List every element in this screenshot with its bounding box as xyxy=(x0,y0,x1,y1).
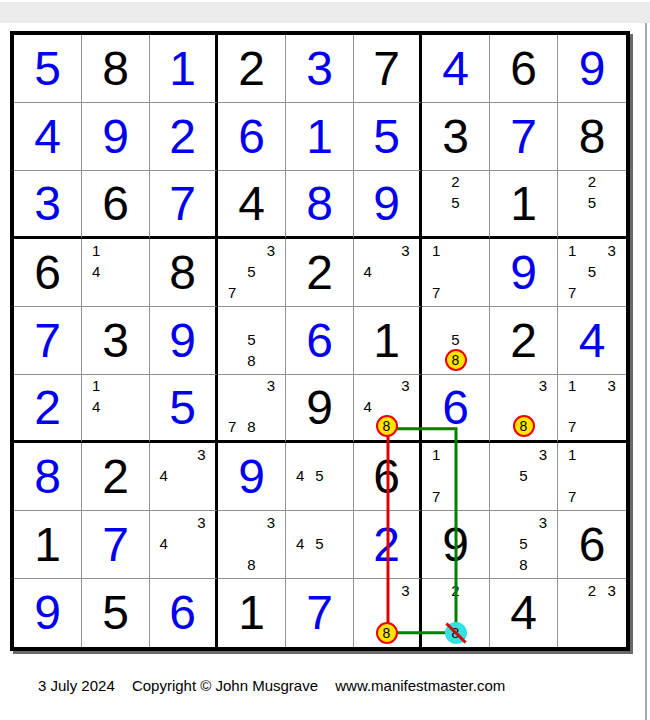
highlight-circle-r5c7: 8 xyxy=(445,349,467,371)
digit-r1c6: 7 xyxy=(354,35,419,102)
digit-r6c5: 9 xyxy=(286,375,353,440)
candidate-5-r7c5: 5 xyxy=(315,468,323,483)
digit-r2c2: 9 xyxy=(82,103,149,170)
cell-r5c6[interactable]: 1 xyxy=(354,307,422,375)
candidate-1-r4c2: 1 xyxy=(92,242,100,257)
candidate-3-r4c4: 3 xyxy=(267,242,275,257)
candidate-3-r4c6: 3 xyxy=(401,242,409,257)
candidate-3-r4c9: 3 xyxy=(608,242,616,257)
cell-r7c7[interactable]: 17 xyxy=(422,443,490,511)
candidate-3-r9c6: 3 xyxy=(401,582,409,597)
candidate-2-r3c9: 2 xyxy=(588,174,596,189)
candidate-4-r4c6: 4 xyxy=(363,264,371,279)
cell-r7c2[interactable]: 2 xyxy=(82,443,150,511)
digit-r4c3: 8 xyxy=(150,239,215,306)
window-right-edge xyxy=(645,23,647,720)
candidate-2-r9c7: 2 xyxy=(451,582,459,597)
digit-r3c5: 8 xyxy=(286,171,353,236)
digit-r1c7: 4 xyxy=(422,35,489,102)
digit-r2c7: 3 xyxy=(422,103,489,170)
cell-r2c4[interactable]: 6 xyxy=(218,103,286,171)
cell-r4c3[interactable]: 8 xyxy=(150,239,218,307)
cell-r3c7[interactable]: 25 xyxy=(422,171,490,239)
window-top-band xyxy=(0,2,650,23)
digit-r5c1: 7 xyxy=(14,307,81,374)
digit-r4c5: 2 xyxy=(286,239,353,306)
cell-r5c2[interactable]: 3 xyxy=(82,307,150,375)
cell-r4c4[interactable]: 357 xyxy=(218,239,286,307)
cell-r9c9[interactable]: 23 xyxy=(558,579,626,647)
digit-r5c3: 9 xyxy=(150,307,215,374)
digit-r8c1: 1 xyxy=(14,511,81,578)
cell-r6c6[interactable]: 348 xyxy=(354,375,422,443)
digit-r3c2: 6 xyxy=(82,171,149,236)
digit-r9c3: 6 xyxy=(150,579,215,647)
digit-r1c5: 3 xyxy=(286,35,353,102)
candidate-4-r7c3: 4 xyxy=(159,468,167,483)
candidate-4-r4c2: 4 xyxy=(92,264,100,279)
cell-r4c9[interactable]: 1357 xyxy=(558,239,626,307)
cell-r3c5[interactable]: 8 xyxy=(286,171,354,239)
cell-r5c9[interactable]: 4 xyxy=(558,307,626,375)
cell-r5c5[interactable]: 6 xyxy=(286,307,354,375)
digit-r2c6: 5 xyxy=(354,103,419,170)
cell-r2c6[interactable]: 5 xyxy=(354,103,422,171)
digit-r3c3: 7 xyxy=(150,171,215,236)
cell-r7c4[interactable]: 9 xyxy=(218,443,286,511)
digit-r5c5: 6 xyxy=(286,307,353,374)
digit-r9c8: 4 xyxy=(490,579,557,647)
cell-r5c3[interactable]: 9 xyxy=(150,307,218,375)
cell-r1c3[interactable]: 1 xyxy=(150,35,218,103)
cell-r7c5[interactable]: 45 xyxy=(286,443,354,511)
candidate-8-r6c4: 8 xyxy=(247,419,255,434)
digit-r3c6: 9 xyxy=(354,171,419,236)
cell-r9c7[interactable]: 28 xyxy=(422,579,490,647)
digit-r1c2: 8 xyxy=(82,35,149,102)
cell-r1c6[interactable]: 7 xyxy=(354,35,422,103)
candidate-3-r6c8: 3 xyxy=(539,378,547,393)
candidate-5-r8c8: 5 xyxy=(519,536,527,551)
cell-r8c3[interactable]: 34 xyxy=(150,511,218,579)
cell-r9c6[interactable]: 38 xyxy=(354,579,422,647)
cell-r3c4[interactable]: 4 xyxy=(218,171,286,239)
cell-r4c7[interactable]: 17 xyxy=(422,239,490,307)
cell-r6c9[interactable]: 137 xyxy=(558,375,626,443)
highlight-circle-r6c8: 8 xyxy=(513,415,535,437)
candidate-8-r8c8: 8 xyxy=(519,556,527,571)
candidate-4-r8c5: 4 xyxy=(296,536,304,551)
cell-r2c7[interactable]: 3 xyxy=(422,103,490,171)
cell-r2c8[interactable]: 7 xyxy=(490,103,558,171)
cell-r8c6[interactable]: 2 xyxy=(354,511,422,579)
digit-r2c9: 8 xyxy=(558,103,626,170)
cell-r3c3[interactable]: 7 xyxy=(150,171,218,239)
cell-r8c4[interactable]: 38 xyxy=(218,511,286,579)
digit-r5c9: 4 xyxy=(558,307,626,374)
cell-r9c4[interactable]: 1 xyxy=(218,579,286,647)
cell-r4c8[interactable]: 9 xyxy=(490,239,558,307)
candidate-5-r4c9: 5 xyxy=(588,264,596,279)
candidate-7-r4c4: 7 xyxy=(228,284,236,299)
highlight-circle-r6c6: 8 xyxy=(376,415,398,437)
cell-r7c6[interactable]: 6 xyxy=(354,443,422,511)
digit-r9c5: 7 xyxy=(286,579,353,647)
cell-r6c1[interactable]: 2 xyxy=(14,375,82,443)
cell-r1c4[interactable]: 2 xyxy=(218,35,286,103)
candidate-7-r4c9: 7 xyxy=(568,284,576,299)
cell-r1c5[interactable]: 3 xyxy=(286,35,354,103)
candidate-5-r4c4: 5 xyxy=(247,264,255,279)
candidate-1-r6c2: 1 xyxy=(92,378,100,393)
cell-r6c2[interactable]: 14 xyxy=(82,375,150,443)
candidate-5-r8c5: 5 xyxy=(315,536,323,551)
digit-r1c3: 1 xyxy=(150,35,215,102)
digit-r2c8: 7 xyxy=(490,103,557,170)
digit-r8c2: 7 xyxy=(82,511,149,578)
candidate-4-r7c5: 4 xyxy=(296,468,304,483)
cell-r7c9[interactable]: 17 xyxy=(558,443,626,511)
digit-r2c1: 4 xyxy=(14,103,81,170)
digit-r5c6: 1 xyxy=(354,307,419,374)
cell-r2c9[interactable]: 8 xyxy=(558,103,626,171)
candidate-1-r7c7: 1 xyxy=(432,446,440,461)
cell-r7c1[interactable]: 8 xyxy=(14,443,82,511)
candidate-5-r7c8: 5 xyxy=(519,468,527,483)
cell-r8c7[interactable]: 9 xyxy=(422,511,490,579)
candidate-1-r4c7: 1 xyxy=(432,242,440,257)
digit-r1c8: 6 xyxy=(490,35,557,102)
cell-r6c3[interactable]: 5 xyxy=(150,375,218,443)
cell-r4c5[interactable]: 2 xyxy=(286,239,354,307)
candidate-7-r6c9: 7 xyxy=(568,419,576,434)
digit-r6c7: 6 xyxy=(422,375,489,440)
cell-r2c5[interactable]: 1 xyxy=(286,103,354,171)
candidate-3-r8c3: 3 xyxy=(197,514,205,529)
cell-r6c4[interactable]: 378 xyxy=(218,375,286,443)
cell-r3c2[interactable]: 6 xyxy=(82,171,150,239)
cell-r8c8[interactable]: 358 xyxy=(490,511,558,579)
cell-r8c1[interactable]: 1 xyxy=(14,511,82,579)
cell-r8c2[interactable]: 7 xyxy=(82,511,150,579)
footer-date: 3 July 2024 xyxy=(38,677,115,694)
cell-r1c7[interactable]: 4 xyxy=(422,35,490,103)
candidate-3-r8c4: 3 xyxy=(267,514,275,529)
candidate-1-r7c9: 1 xyxy=(568,446,576,461)
cell-r9c5[interactable]: 7 xyxy=(286,579,354,647)
digit-r1c9: 9 xyxy=(558,35,626,102)
candidate-5-r5c4: 5 xyxy=(247,332,255,347)
candidate-7-r4c7: 7 xyxy=(432,284,440,299)
digit-r8c6: 2 xyxy=(354,511,419,578)
digit-r2c5: 1 xyxy=(286,103,353,170)
cell-r6c5[interactable]: 9 xyxy=(286,375,354,443)
cell-r6c7[interactable]: 6 xyxy=(422,375,490,443)
candidate-5-r3c7: 5 xyxy=(451,195,459,210)
digit-r4c8: 9 xyxy=(490,239,557,306)
cell-r1c9[interactable]: 9 xyxy=(558,35,626,103)
cell-r3c9[interactable]: 25 xyxy=(558,171,626,239)
cell-r1c8[interactable]: 6 xyxy=(490,35,558,103)
digit-r8c7: 9 xyxy=(422,511,489,578)
candidate-3-r6c9: 3 xyxy=(608,378,616,393)
candidate-2-r9c9: 2 xyxy=(588,582,596,597)
candidate-4-r8c3: 4 xyxy=(159,536,167,551)
candidate-5-r3c9: 5 xyxy=(588,195,596,210)
candidate-5-r5c7: 5 xyxy=(451,332,459,347)
footer-copyright: Copyright © John Musgrave xyxy=(132,677,318,694)
cell-r8c9[interactable]: 6 xyxy=(558,511,626,579)
cell-r8c5[interactable]: 45 xyxy=(286,511,354,579)
candidate-2-r3c7: 2 xyxy=(451,174,459,189)
candidate-3-r8c8: 3 xyxy=(539,514,547,529)
digit-r9c4: 1 xyxy=(218,579,285,647)
cell-r5c7[interactable]: 58 xyxy=(422,307,490,375)
digit-r1c1: 5 xyxy=(14,35,81,102)
cell-r3c1[interactable]: 3 xyxy=(14,171,82,239)
cell-r6c8[interactable]: 38 xyxy=(490,375,558,443)
candidate-7-r7c7: 7 xyxy=(432,488,440,503)
cell-r5c8[interactable]: 2 xyxy=(490,307,558,375)
cell-r5c1[interactable]: 7 xyxy=(14,307,82,375)
digit-r7c6: 6 xyxy=(354,443,419,510)
cell-r9c8[interactable]: 4 xyxy=(490,579,558,647)
footer: 3 July 2024 Copyright © John Musgrave ww… xyxy=(38,677,518,694)
digit-r3c4: 4 xyxy=(218,171,285,236)
candidate-7-r7c9: 7 xyxy=(568,488,576,503)
cell-r3c6[interactable]: 9 xyxy=(354,171,422,239)
cell-r2c1[interactable]: 4 xyxy=(14,103,82,171)
digit-r4c1: 6 xyxy=(14,239,81,306)
digit-r1c4: 2 xyxy=(218,35,285,102)
cell-r9c3[interactable]: 6 xyxy=(150,579,218,647)
cell-r1c2[interactable]: 8 xyxy=(82,35,150,103)
cell-r7c8[interactable]: 35 xyxy=(490,443,558,511)
candidate-8-r8c4: 8 xyxy=(247,556,255,571)
candidate-3-r7c8: 3 xyxy=(539,446,547,461)
elimination-circle-r9c7: 8 xyxy=(445,622,467,644)
candidate-3-r9c9: 3 xyxy=(608,582,616,597)
digit-r9c2: 5 xyxy=(82,579,149,647)
cell-r9c1[interactable]: 9 xyxy=(14,579,82,647)
footer-url: www.manifestmaster.com xyxy=(335,677,505,694)
candidate-3-r6c4: 3 xyxy=(267,378,275,393)
candidate-1-r4c9: 1 xyxy=(568,242,576,257)
cell-r4c1[interactable]: 6 xyxy=(14,239,82,307)
candidate-3-r7c3: 3 xyxy=(197,446,205,461)
digit-r9c1: 9 xyxy=(14,579,81,647)
digit-r6c3: 5 xyxy=(150,375,215,440)
cell-r2c2[interactable]: 9 xyxy=(82,103,150,171)
candidate-4-r6c6: 4 xyxy=(363,399,371,414)
digit-r7c1: 8 xyxy=(14,443,81,510)
candidate-7-r6c4: 7 xyxy=(228,419,236,434)
digit-r3c8: 1 xyxy=(490,171,557,236)
highlight-circle-r9c6: 8 xyxy=(376,622,398,644)
digit-r6c1: 2 xyxy=(14,375,81,440)
candidate-8-r5c4: 8 xyxy=(247,352,255,367)
sudoku-board: 5812374694926153783674892512561483572341… xyxy=(10,31,630,651)
digit-r8c9: 6 xyxy=(558,511,626,578)
cell-r4c2[interactable]: 14 xyxy=(82,239,150,307)
cell-r4c6[interactable]: 34 xyxy=(354,239,422,307)
candidate-4-r6c2: 4 xyxy=(92,399,100,414)
cell-r2c3[interactable]: 2 xyxy=(150,103,218,171)
cell-r9c2[interactable]: 5 xyxy=(82,579,150,647)
candidate-1-r6c9: 1 xyxy=(568,378,576,393)
digit-r7c4: 9 xyxy=(218,443,285,510)
digit-r2c3: 2 xyxy=(150,103,215,170)
cell-r3c8[interactable]: 1 xyxy=(490,171,558,239)
cell-r5c4[interactable]: 58 xyxy=(218,307,286,375)
digit-r2c4: 6 xyxy=(218,103,285,170)
digit-r7c2: 2 xyxy=(82,443,149,510)
cell-r7c3[interactable]: 34 xyxy=(150,443,218,511)
cell-r1c1[interactable]: 5 xyxy=(14,35,82,103)
digit-r3c1: 3 xyxy=(14,171,81,236)
digit-r5c8: 2 xyxy=(490,307,557,374)
candidate-3-r6c6: 3 xyxy=(401,378,409,393)
digit-r5c2: 3 xyxy=(82,307,149,374)
